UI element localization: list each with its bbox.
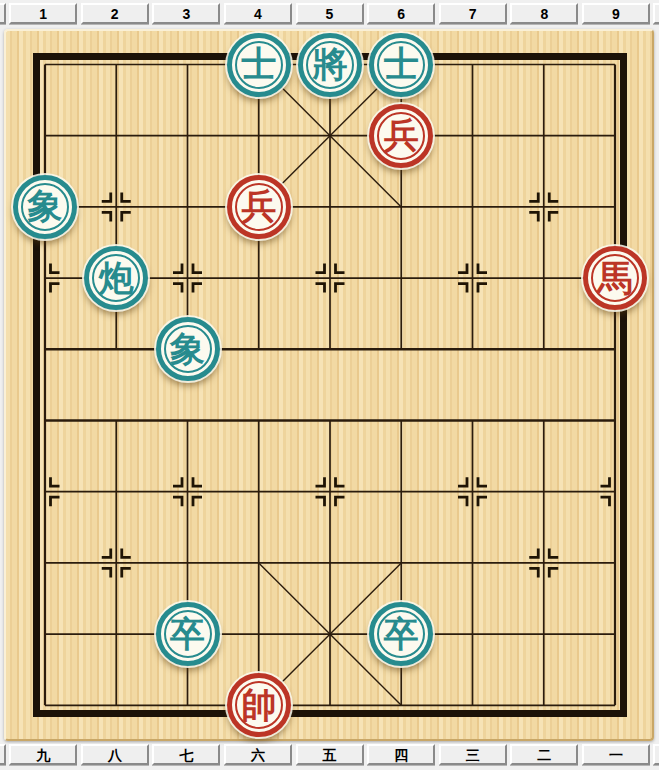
piece-glyph: 卒 xyxy=(170,617,205,652)
board-grid-lines xyxy=(6,31,652,739)
xiangqi-app: { "game": "Xiangqi (Chinese Chess)", "bo… xyxy=(0,0,659,770)
piece-glyph: 兵 xyxy=(241,189,276,224)
piece-glyph: 卒 xyxy=(384,617,419,652)
piece-red-soldier[interactable]: 兵 xyxy=(227,175,291,239)
xiangqi-board[interactable]: 士將士兵象兵炮馬象卒卒帥 xyxy=(4,29,654,741)
piece-glyph: 兵 xyxy=(384,118,419,153)
file-button-1[interactable]: 1 xyxy=(9,3,77,24)
red-file-button-4[interactable]: 四 xyxy=(367,744,435,765)
file-button-6[interactable]: 6 xyxy=(367,3,435,24)
piece-glyph: 象 xyxy=(170,332,205,367)
piece-glyph: 士 xyxy=(384,47,419,82)
red-file-button-6[interactable]: 六 xyxy=(224,744,292,765)
piece-black-cannon[interactable]: 炮 xyxy=(84,246,148,310)
piece-black-soldier[interactable]: 卒 xyxy=(369,602,433,666)
file-button-8[interactable]: 8 xyxy=(510,3,578,24)
file-button-2[interactable]: 2 xyxy=(81,3,149,24)
red-file-button-7[interactable]: 七 xyxy=(152,744,220,765)
piece-glyph: 帥 xyxy=(241,688,276,723)
piece-red-soldier[interactable]: 兵 xyxy=(369,104,433,168)
piece-black-elephant[interactable]: 象 xyxy=(13,175,77,239)
red-file-button-5[interactable]: 五 xyxy=(296,744,364,765)
red-file-button-1[interactable]: 一 xyxy=(582,744,650,765)
piece-red-horse[interactable]: 馬 xyxy=(583,246,647,310)
red-file-button-8[interactable]: 八 xyxy=(81,744,149,765)
red-file-button-2[interactable]: 二 xyxy=(510,744,578,765)
piece-black-general[interactable]: 將 xyxy=(298,33,362,97)
piece-glyph: 象 xyxy=(28,189,63,224)
red-file-button-edge-right-clipped[interactable] xyxy=(653,744,659,765)
piece-glyph: 馬 xyxy=(598,261,633,296)
piece-black-soldier[interactable]: 卒 xyxy=(156,602,220,666)
red-file-button-3[interactable]: 三 xyxy=(439,744,507,765)
top-coordinate-bar: 1 2 3 4 5 6 7 8 9 xyxy=(0,2,659,25)
file-button-edge-left-clipped[interactable] xyxy=(0,3,6,24)
red-file-button-edge-left-clipped[interactable] xyxy=(0,744,6,765)
file-button-4[interactable]: 4 xyxy=(224,3,292,24)
file-button-edge-right-clipped[interactable] xyxy=(653,3,659,24)
piece-red-general[interactable]: 帥 xyxy=(227,673,291,737)
piece-glyph: 炮 xyxy=(99,261,134,296)
bottom-coordinate-bar: 九 八 七 六 五 四 三 二 一 xyxy=(0,743,659,766)
red-file-button-9[interactable]: 九 xyxy=(9,744,77,765)
piece-black-elephant[interactable]: 象 xyxy=(156,317,220,381)
file-button-7[interactable]: 7 xyxy=(439,3,507,24)
file-button-3[interactable]: 3 xyxy=(152,3,220,24)
piece-black-advisor[interactable]: 士 xyxy=(227,33,291,97)
file-button-9[interactable]: 9 xyxy=(582,3,650,24)
piece-black-advisor[interactable]: 士 xyxy=(369,33,433,97)
piece-glyph: 士 xyxy=(241,47,276,82)
piece-glyph: 將 xyxy=(313,47,348,82)
file-button-5[interactable]: 5 xyxy=(296,3,364,24)
